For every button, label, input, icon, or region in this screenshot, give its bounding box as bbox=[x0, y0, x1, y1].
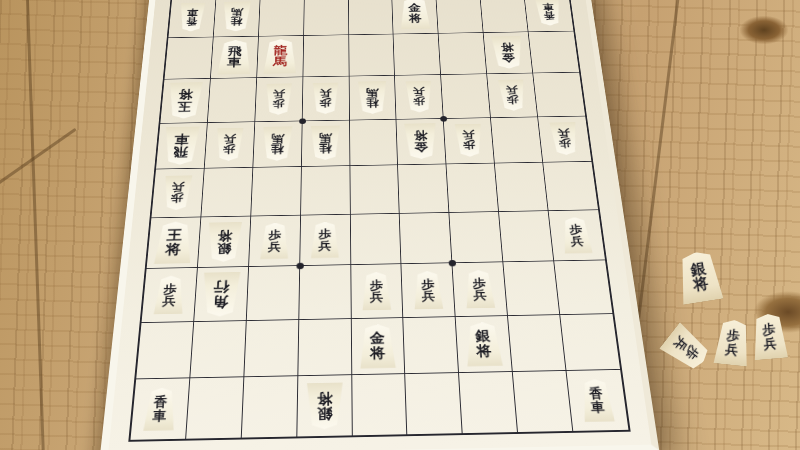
board-cell[interactable] bbox=[299, 265, 351, 320]
board-cell[interactable] bbox=[298, 319, 352, 377]
board-cell[interactable] bbox=[504, 262, 561, 316]
piece-kanji: 兵 bbox=[462, 130, 475, 140]
board-cell[interactable] bbox=[406, 373, 463, 434]
board-cell[interactable]: 歩兵 bbox=[300, 214, 351, 266]
piece-kanji: 将 bbox=[217, 229, 232, 242]
piece-kanji: 歩 bbox=[463, 140, 476, 150]
board-cell[interactable]: 歩兵 bbox=[395, 75, 444, 119]
board-cell[interactable] bbox=[495, 163, 549, 212]
board-cell[interactable] bbox=[251, 167, 302, 216]
board-cell[interactable] bbox=[513, 371, 573, 432]
piece-gote-金将[interactable]: 金将 bbox=[490, 36, 527, 69]
piece-kanji: 兵 bbox=[224, 134, 237, 144]
piece-kanji: 香 bbox=[589, 387, 604, 400]
piece-kanji: 玉 bbox=[177, 100, 192, 112]
piece-gote-桂馬[interactable]: 桂馬 bbox=[221, 1, 253, 31]
board-cell[interactable] bbox=[480, 0, 528, 33]
piece-gote-桂馬[interactable]: 桂馬 bbox=[309, 126, 342, 161]
piece-kanji: 兵 bbox=[763, 336, 777, 350]
board-cell[interactable]: 歩兵 bbox=[444, 118, 495, 165]
board-cell[interactable]: 歩兵 bbox=[487, 73, 538, 117]
board-cell[interactable] bbox=[352, 374, 408, 435]
board-cell[interactable] bbox=[242, 377, 298, 438]
piece-kanji: 兵 bbox=[172, 182, 185, 193]
table-piece-銀将[interactable]: 銀将 bbox=[673, 249, 725, 305]
board-cell[interactable] bbox=[247, 266, 300, 321]
piece-kanji: 兵 bbox=[557, 129, 570, 139]
piece-kanji: 香 bbox=[186, 17, 198, 26]
piece-kanji: 歩 bbox=[558, 139, 571, 149]
piece-kanji: 歩 bbox=[319, 228, 332, 239]
board-cell[interactable]: 歩兵 bbox=[142, 268, 198, 323]
piece-kanji: 馬 bbox=[366, 87, 379, 98]
piece-kanji: 馬 bbox=[273, 56, 287, 68]
piece-gote-歩兵[interactable]: 歩兵 bbox=[161, 175, 194, 210]
piece-kanji: 車 bbox=[590, 400, 605, 414]
board-cell[interactable] bbox=[259, 0, 305, 36]
piece-kanji: 歩 bbox=[171, 193, 184, 204]
board-cell[interactable]: 銀将 bbox=[456, 316, 513, 373]
piece-kanji: 兵 bbox=[473, 289, 487, 301]
board-cell[interactable] bbox=[491, 117, 543, 164]
piece-gote-香車[interactable]: 香車 bbox=[533, 0, 563, 26]
piece-kanji: 将 bbox=[414, 130, 428, 142]
piece-kanji: 車 bbox=[174, 133, 190, 146]
board-cell[interactable] bbox=[349, 34, 395, 76]
piece-kanji: 車 bbox=[227, 57, 242, 69]
piece-kanji: 将 bbox=[500, 42, 514, 53]
hoshi-star-point bbox=[449, 260, 457, 267]
piece-kanji: 歩 bbox=[506, 95, 519, 105]
piece-kanji: 馬 bbox=[271, 133, 284, 144]
board-cell[interactable]: 香車 bbox=[130, 379, 190, 440]
wood-plank-seam bbox=[0, 128, 77, 262]
board-cell[interactable]: 歩兵 bbox=[402, 263, 456, 317]
piece-sente-銀将[interactable]: 銀将 bbox=[463, 322, 505, 366]
board-cell[interactable]: 龍馬 bbox=[257, 36, 304, 79]
piece-gote-銀将[interactable]: 銀将 bbox=[204, 222, 243, 262]
piece-sente-歩兵[interactable]: 歩兵 bbox=[463, 270, 497, 309]
shogi-board: 香車桂馬金将香車飛車龍馬金将玉将歩兵歩兵桂馬歩兵歩兵飛車歩兵桂馬桂馬金将歩兵歩兵… bbox=[99, 0, 659, 450]
board-cell[interactable] bbox=[459, 372, 518, 433]
board-cell[interactable]: 桂馬 bbox=[253, 121, 302, 168]
board-cell[interactable] bbox=[508, 315, 566, 372]
board-cell[interactable]: 歩兵 bbox=[205, 122, 255, 169]
board-cell[interactable]: 桂馬 bbox=[302, 120, 350, 167]
piece-sente-歩兵[interactable]: 歩兵 bbox=[309, 221, 340, 258]
piece-gote-金将[interactable]: 金将 bbox=[403, 123, 440, 159]
piece-gote-歩兵[interactable]: 歩兵 bbox=[264, 83, 293, 115]
piece-kanji: 将 bbox=[370, 346, 386, 361]
board-cell[interactable]: 香車 bbox=[168, 0, 216, 38]
piece-kanji: 金 bbox=[501, 52, 515, 63]
table-piece-歩兵[interactable]: 歩兵 bbox=[749, 312, 790, 360]
piece-kanji: 将 bbox=[692, 276, 709, 293]
shogi-board-perspective-wrap: 香車桂馬金将香車飛車龍馬金将玉将歩兵歩兵桂馬歩兵歩兵飛車歩兵桂馬桂馬金将歩兵歩兵… bbox=[99, 0, 659, 450]
piece-kanji: 車 bbox=[187, 8, 199, 17]
piece-kanji: 歩 bbox=[268, 229, 281, 240]
piece-kanji: 兵 bbox=[162, 295, 176, 307]
piece-kanji: 馬 bbox=[319, 132, 332, 143]
piece-kanji: 兵 bbox=[413, 87, 425, 97]
piece-sente-歩兵[interactable]: 歩兵 bbox=[360, 272, 392, 311]
piece-gote-歩兵[interactable]: 歩兵 bbox=[548, 122, 581, 155]
board-cell[interactable]: 金将 bbox=[397, 119, 447, 166]
piece-kanji: 将 bbox=[316, 390, 332, 405]
board-cell[interactable] bbox=[554, 261, 612, 315]
board-cell[interactable]: 銀将 bbox=[198, 216, 251, 268]
board-cell[interactable] bbox=[348, 0, 393, 35]
piece-kanji: 兵 bbox=[273, 89, 285, 99]
wood-plank-seam bbox=[26, 0, 46, 450]
piece-kanji: 兵 bbox=[505, 85, 518, 95]
board-cell[interactable] bbox=[529, 31, 580, 73]
piece-kanji: 車 bbox=[152, 409, 167, 423]
board-cell[interactable] bbox=[136, 322, 194, 380]
board-cell[interactable] bbox=[208, 78, 257, 123]
board-cell[interactable] bbox=[441, 74, 491, 118]
board-cell[interactable] bbox=[560, 314, 620, 371]
board-cell[interactable] bbox=[533, 73, 585, 117]
board-cell[interactable]: 歩兵 bbox=[151, 169, 204, 218]
board-cell[interactable] bbox=[301, 166, 351, 215]
piece-kanji: 飛 bbox=[173, 145, 189, 158]
board-cell[interactable] bbox=[447, 164, 499, 213]
board-cell[interactable] bbox=[350, 165, 400, 214]
board-cell[interactable]: 歩兵 bbox=[255, 77, 303, 122]
board-grid: 香車桂馬金将香車飛車龍馬金将玉将歩兵歩兵桂馬歩兵歩兵飛車歩兵桂馬桂馬金将歩兵歩兵… bbox=[128, 0, 630, 442]
board-cell[interactable] bbox=[404, 317, 460, 375]
board-cell[interactable]: 金将 bbox=[392, 0, 438, 34]
piece-kanji: 桂 bbox=[271, 144, 284, 155]
board-cell[interactable]: 金将 bbox=[351, 318, 405, 376]
board-cell[interactable] bbox=[201, 168, 253, 217]
piece-kanji: 桂 bbox=[319, 143, 332, 154]
board-cell[interactable]: 金将 bbox=[484, 32, 534, 74]
piece-kanji: 兵 bbox=[319, 240, 332, 252]
piece-kanji: 兵 bbox=[422, 290, 436, 302]
piece-kanji: 車 bbox=[542, 2, 554, 11]
piece-gote-歩兵[interactable]: 歩兵 bbox=[453, 124, 484, 157]
board-cell[interactable]: 香車 bbox=[567, 370, 629, 431]
board-cell[interactable]: 銀将 bbox=[297, 376, 352, 437]
piece-kanji: 角 bbox=[213, 294, 230, 309]
piece-gote-玉将[interactable]: 玉将 bbox=[165, 82, 205, 119]
board-cell[interactable]: 桂馬 bbox=[214, 0, 261, 37]
board-cell[interactable] bbox=[350, 214, 401, 266]
board-cell[interactable]: 桂馬 bbox=[349, 76, 397, 121]
piece-kanji: 歩 bbox=[273, 99, 285, 109]
piece-kanji: 歩 bbox=[569, 224, 583, 235]
board-cell[interactable] bbox=[190, 321, 246, 379]
hoshi-star-point bbox=[440, 116, 447, 122]
board-cell[interactable] bbox=[543, 162, 598, 211]
piece-sente-金将[interactable]: 金将 bbox=[358, 324, 398, 369]
piece-kanji: 兵 bbox=[725, 342, 739, 357]
piece-kanji: 将 bbox=[165, 242, 182, 256]
piece-gote-銀将[interactable]: 銀将 bbox=[304, 382, 345, 429]
piece-kanji: 兵 bbox=[570, 235, 584, 246]
board-cell[interactable] bbox=[394, 33, 441, 75]
piece-sente-歩兵[interactable]: 歩兵 bbox=[559, 217, 594, 254]
table-piece-歩兵[interactable]: 歩兵 bbox=[658, 321, 715, 377]
piece-kanji: 将 bbox=[178, 89, 193, 101]
piece-gote-歩兵[interactable]: 歩兵 bbox=[214, 128, 245, 161]
piece-kanji: 香 bbox=[543, 11, 555, 20]
board-cell[interactable]: 歩兵 bbox=[549, 210, 605, 262]
board-cell[interactable]: 王将 bbox=[147, 217, 202, 269]
piece-kanji: 馬 bbox=[231, 7, 243, 17]
board-cell[interactable] bbox=[164, 37, 213, 80]
board-cell[interactable]: 歩兵 bbox=[538, 116, 591, 163]
piece-gote-飛車[interactable]: 飛車 bbox=[161, 126, 202, 164]
board-cell[interactable]: 角行 bbox=[194, 267, 249, 322]
piece-sente-金将[interactable]: 金将 bbox=[398, 0, 432, 29]
piece-gote-桂馬[interactable]: 桂馬 bbox=[356, 81, 388, 114]
piece-gote-歩兵[interactable]: 歩兵 bbox=[311, 82, 340, 114]
board-cell[interactable] bbox=[450, 212, 504, 264]
board-cell[interactable] bbox=[244, 320, 299, 378]
board-cell[interactable]: 歩兵 bbox=[351, 264, 404, 319]
board-cell[interactable] bbox=[499, 211, 554, 263]
table-piece-歩兵[interactable]: 歩兵 bbox=[712, 318, 754, 367]
board-cell[interactable] bbox=[186, 378, 244, 439]
board-cell[interactable]: 歩兵 bbox=[453, 262, 508, 316]
board-cell[interactable] bbox=[303, 35, 349, 77]
photo-scene: 香車桂馬金将香車飛車龍馬金将玉将歩兵歩兵桂馬歩兵歩兵飛車歩兵桂馬桂馬金将歩兵歩兵… bbox=[0, 0, 800, 450]
piece-sente-歩兵[interactable]: 歩兵 bbox=[412, 271, 445, 310]
piece-kanji: 歩 bbox=[223, 145, 236, 155]
piece-kanji: 歩 bbox=[413, 96, 425, 106]
piece-sente-香車[interactable]: 香車 bbox=[142, 387, 179, 430]
board-cell[interactable]: 歩兵 bbox=[249, 215, 301, 267]
piece-sente-龍馬[interactable]: 龍馬 bbox=[262, 39, 299, 74]
piece-sente-香車[interactable]: 香車 bbox=[578, 379, 616, 422]
piece-gote-歩兵[interactable]: 歩兵 bbox=[404, 81, 434, 113]
board-cell[interactable] bbox=[439, 33, 488, 75]
board-cell[interactable] bbox=[398, 164, 449, 213]
piece-sente-王将[interactable]: 王将 bbox=[152, 221, 195, 264]
board-cell[interactable]: 玉将 bbox=[160, 79, 210, 124]
board-cell[interactable]: 歩兵 bbox=[302, 76, 349, 121]
piece-kanji: 将 bbox=[476, 344, 492, 359]
piece-gote-香車[interactable]: 香車 bbox=[177, 3, 206, 32]
piece-kanji: 将 bbox=[409, 13, 422, 23]
board-cell[interactable]: 香車 bbox=[524, 0, 573, 32]
board-cell[interactable] bbox=[304, 0, 349, 36]
piece-sente-飛車[interactable]: 飛車 bbox=[215, 40, 253, 75]
piece-kanji: 兵 bbox=[268, 240, 281, 252]
piece-kanji: 兵 bbox=[370, 291, 383, 303]
board-cell[interactable] bbox=[400, 213, 453, 265]
piece-sente-歩兵[interactable]: 歩兵 bbox=[259, 222, 291, 259]
piece-kanji: 金 bbox=[414, 141, 428, 153]
piece-gote-桂馬[interactable]: 桂馬 bbox=[261, 127, 295, 162]
piece-kanji: 兵 bbox=[320, 88, 332, 98]
piece-kanji: 行 bbox=[213, 279, 229, 294]
piece-kanji: 歩 bbox=[320, 98, 332, 108]
piece-sente-歩兵[interactable]: 歩兵 bbox=[152, 275, 187, 314]
piece-gote-歩兵[interactable]: 歩兵 bbox=[496, 79, 527, 111]
piece-kanji: 香 bbox=[153, 396, 168, 409]
piece-gote-角行[interactable]: 角行 bbox=[199, 272, 242, 317]
board-cell[interactable] bbox=[350, 119, 399, 166]
board-cell[interactable] bbox=[436, 0, 483, 33]
board-cell[interactable]: 飛車 bbox=[211, 36, 259, 79]
board-cell[interactable]: 飛車 bbox=[156, 123, 208, 170]
